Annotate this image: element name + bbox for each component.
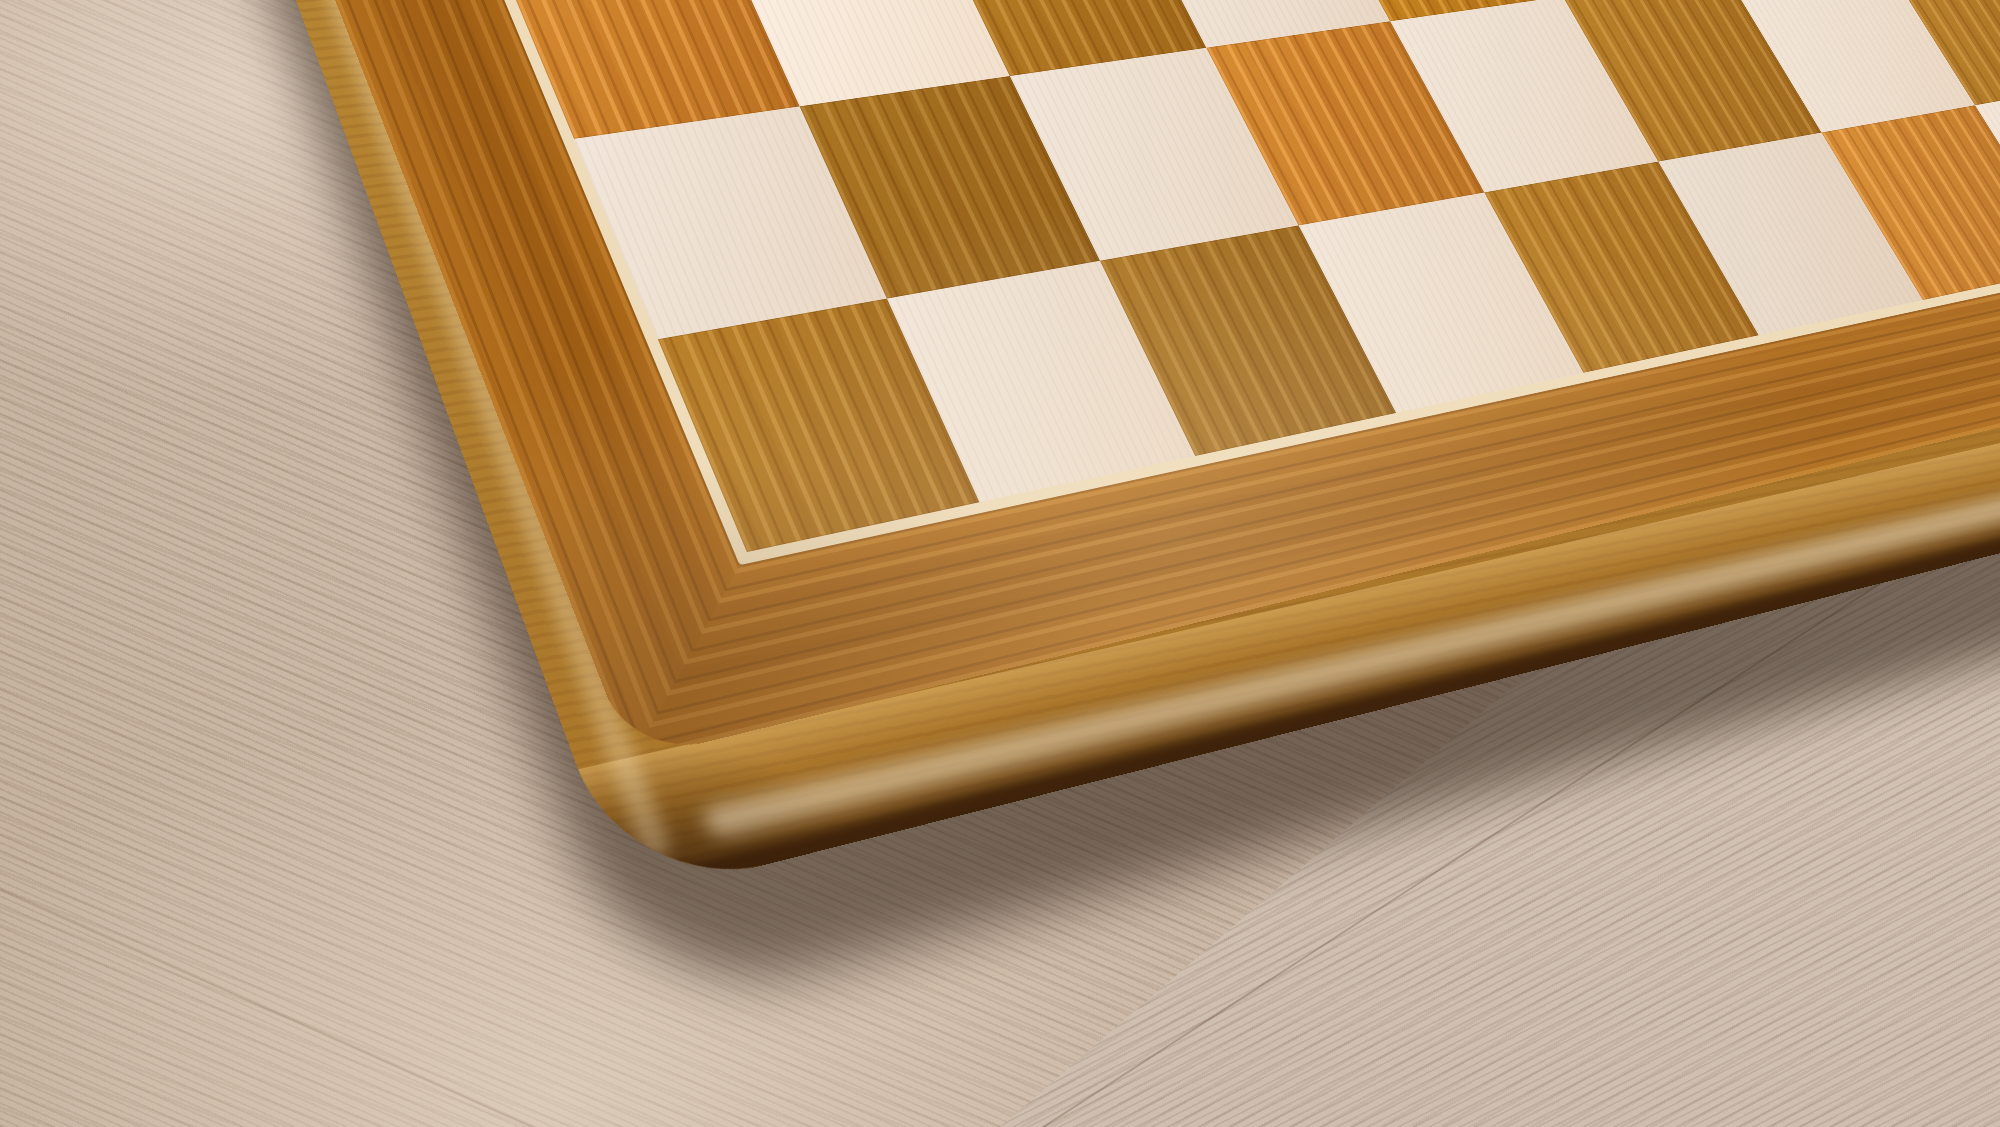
photo-scene <box>0 0 2000 1127</box>
